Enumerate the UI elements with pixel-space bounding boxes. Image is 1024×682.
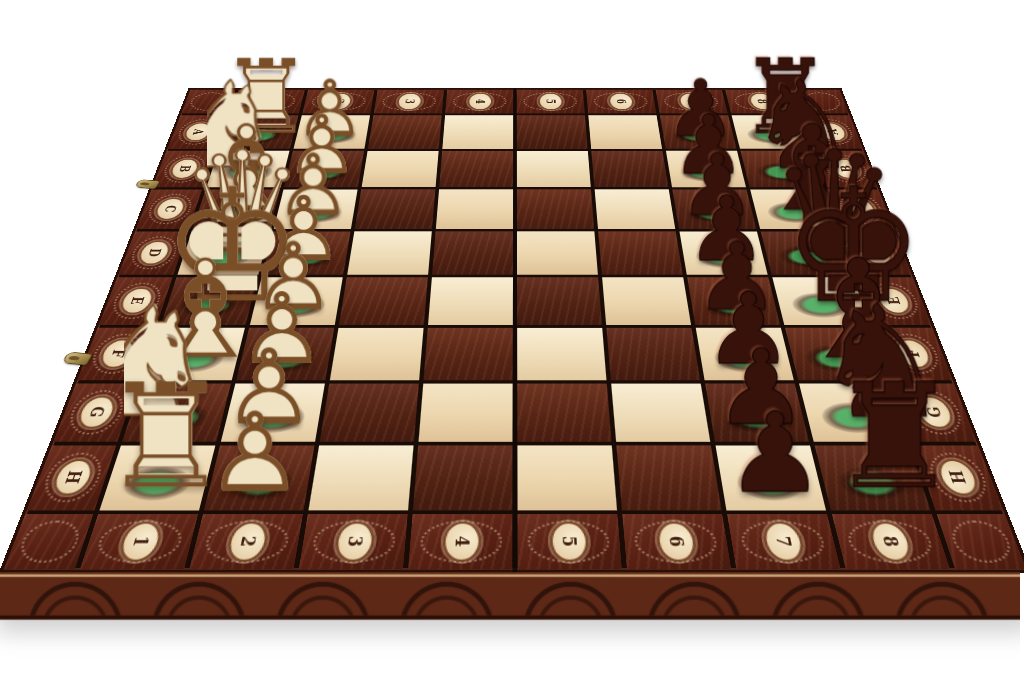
square-e1: ♚♔ [161, 277, 258, 325]
square-c2: ♟♙ [274, 189, 358, 229]
medallion-motif [63, 390, 129, 434]
piece-white-pawn: ♟♙ [237, 282, 326, 376]
green-felt-base [140, 403, 212, 434]
green-felt-base [803, 345, 871, 373]
board-corner [795, 90, 849, 114]
green-felt-base [679, 163, 732, 182]
square-f6 [606, 328, 700, 380]
green-felt-base [192, 246, 253, 269]
square-g8: ♞ [799, 384, 908, 442]
square-g2: ♟♙ [221, 384, 325, 442]
letter-medallion: G [911, 396, 957, 429]
corner-motif [800, 92, 843, 110]
coord-label-letter-d-left: D [119, 231, 188, 274]
square-f8: ♝ [785, 328, 887, 380]
square-f7: ♟ [696, 328, 794, 380]
square-c5 [517, 189, 594, 229]
coord-label-number-1-near: 1 [80, 514, 198, 569]
square-h7: ♟ [716, 445, 827, 510]
coord-label-letter-b-left: B [153, 151, 215, 187]
medallion-motif [37, 453, 108, 502]
coord-label-number-7-far: 7 [656, 90, 728, 114]
letter-medallion: F [96, 339, 139, 368]
coord-label-letter-e-left: E [99, 277, 173, 325]
square-d7: ♟ [679, 231, 767, 274]
letter-medallion: E [116, 287, 156, 314]
coord-label-letter-f-right: F [874, 328, 952, 380]
green-felt-base [745, 126, 798, 144]
square-b7: ♟ [666, 151, 746, 187]
square-h4 [413, 445, 513, 510]
pyrography-swirl-pattern [0, 577, 1024, 616]
green-felt-base [712, 345, 777, 373]
square-e8: ♚ [772, 277, 869, 325]
square-c6 [595, 189, 676, 229]
square-f4 [424, 328, 513, 380]
letter-medallion: A [816, 123, 849, 142]
square-a2: ♟♙ [294, 115, 371, 148]
number-medallion: 2 [324, 93, 352, 110]
board-corner [4, 514, 93, 569]
coord-label-letter-b-right: B [815, 151, 877, 187]
square-b3 [362, 151, 439, 187]
letter-medallion: H [933, 459, 982, 495]
coord-label-letter-a-right: A [803, 115, 862, 148]
square-f2: ♟♙ [236, 328, 334, 380]
green-felt-base [687, 202, 743, 223]
coord-label-letter-c-right: C [828, 189, 894, 229]
box-front-panel [0, 572, 1024, 620]
square-b8: ♞ [740, 151, 823, 187]
letter-medallion: H [48, 459, 97, 495]
square-h3 [308, 445, 413, 510]
square-b6 [591, 151, 668, 187]
coord-label-number-6-near: 6 [622, 514, 731, 569]
number-medallion: 8 [747, 93, 777, 110]
coord-label-number-7-near: 7 [727, 514, 841, 569]
square-f1: ♝♗ [142, 328, 244, 380]
number-medallion: 6 [655, 522, 698, 562]
square-e2: ♟♙ [250, 277, 343, 325]
coord-label-number-5-near: 5 [517, 514, 621, 569]
green-felt-base [287, 202, 343, 223]
square-c8: ♝ [750, 189, 837, 229]
square-a8: ♜ [732, 115, 811, 148]
square-c1: ♝♗ [193, 189, 280, 229]
square-h5 [517, 445, 617, 510]
green-felt-base [735, 467, 808, 501]
green-felt-base [222, 467, 295, 501]
square-g4 [419, 384, 513, 442]
coord-label-number-2-far: 2 [302, 90, 374, 114]
square-h6 [616, 445, 721, 510]
number-medallion: 4 [441, 522, 480, 562]
letter-medallion: C [842, 198, 878, 220]
piece-white-pawn-glyph: ♟ [237, 282, 326, 376]
square-e7: ♟ [687, 277, 780, 325]
number-medallion: 7 [677, 93, 705, 110]
corner-motif [14, 521, 85, 563]
square-a4 [442, 115, 513, 148]
square-e5 [517, 277, 602, 325]
number-medallion: 5 [549, 522, 588, 562]
number-medallion: 1 [115, 522, 165, 562]
square-d1: ♛♕ [177, 231, 269, 274]
square-b5 [517, 151, 591, 187]
square-c3 [355, 189, 436, 229]
number-medallion: 1 [253, 93, 283, 110]
square-d5 [517, 231, 598, 274]
green-felt-base [177, 293, 241, 318]
green-felt-base [252, 345, 317, 373]
green-felt-base [277, 246, 336, 269]
square-d3 [347, 231, 432, 274]
coord-label-number-8-far: 8 [725, 90, 799, 114]
piece-white-pawn-detail: ♙ [237, 282, 326, 376]
square-d8: ♛ [761, 231, 853, 274]
green-felt-base [118, 467, 194, 501]
coord-label-letter-d-right: D [842, 231, 911, 274]
coord-label-letter-c-left: C [136, 189, 202, 229]
coord-label-number-6-far: 6 [586, 90, 656, 114]
square-g1: ♞♘ [122, 384, 231, 442]
letter-medallion: B [167, 159, 201, 179]
green-felt-base [789, 293, 853, 318]
green-felt-base [835, 467, 911, 501]
coord-label-number-3-far: 3 [374, 90, 444, 114]
letter-medallion: B [829, 159, 863, 179]
product-photo-background: 12345678A♜♖♟♙♟♜AB♞♘♟♙♟♞BC♝♗♟♙♟♝CD♛♕♟♙♟♛D… [0, 0, 1024, 682]
green-felt-base [297, 163, 350, 182]
board-corner [937, 514, 1024, 569]
coord-label-letter-a-left: A [167, 115, 226, 148]
square-f5 [517, 328, 606, 380]
green-felt-base [694, 246, 753, 269]
corner-motif [946, 521, 1017, 563]
square-h2: ♟♙ [204, 445, 315, 510]
coord-label-number-8-near: 8 [832, 514, 950, 569]
number-medallion: 8 [865, 522, 915, 562]
letter-medallion: F [891, 339, 934, 368]
green-felt-base [265, 293, 327, 318]
square-d6 [598, 231, 683, 274]
square-d2: ♟♙ [262, 231, 350, 274]
letter-medallion: C [152, 198, 188, 220]
number-medallion: 2 [224, 522, 270, 562]
letter-medallion: D [135, 241, 173, 265]
green-felt-base [766, 202, 824, 223]
green-felt-base [306, 126, 357, 144]
coord-label-letter-h-left: H [27, 445, 116, 510]
coord-label-letter-g-right: G [893, 384, 976, 442]
letter-medallion: D [857, 241, 895, 265]
number-medallion: 4 [467, 93, 493, 110]
coord-label-number-1-far: 1 [231, 90, 305, 114]
green-felt-base [159, 345, 227, 373]
green-felt-base [723, 403, 792, 434]
coord-label-number-4-far: 4 [445, 90, 513, 114]
letter-medallion: E [873, 287, 913, 314]
square-a3 [368, 115, 442, 148]
square-f3 [330, 328, 424, 380]
square-b4 [439, 151, 513, 187]
square-h8: ♜ [815, 445, 931, 510]
green-felt-base [232, 126, 285, 144]
square-a6 [588, 115, 662, 148]
green-felt-base [220, 163, 275, 182]
medallion-motif [901, 390, 967, 434]
square-b1: ♞♘ [206, 151, 289, 187]
square-a5 [517, 115, 588, 148]
square-b2: ♟♙ [284, 151, 364, 187]
chess-board: 12345678A♜♖♟♙♟♜AB♞♘♟♙♟♞BC♝♗♟♙♟♝CD♛♕♟♙♟♛D… [0, 88, 1024, 572]
square-e4 [428, 277, 513, 325]
square-g5 [517, 384, 611, 442]
number-medallion: 3 [333, 522, 376, 562]
square-e3 [339, 277, 428, 325]
square-h1: ♜♖ [99, 445, 215, 510]
letter-medallion: A [181, 123, 214, 142]
piece-black-pawn: ♟ [704, 282, 793, 376]
square-g3 [320, 384, 419, 442]
board-corner [181, 90, 235, 114]
number-medallion: 3 [396, 93, 423, 110]
square-d4 [432, 231, 513, 274]
square-g6 [611, 384, 710, 442]
square-e6 [602, 277, 691, 325]
number-medallion: 5 [538, 93, 564, 110]
green-felt-base [673, 126, 724, 144]
coord-label-number-3-near: 3 [299, 514, 408, 569]
coord-label-number-2-near: 2 [189, 514, 303, 569]
green-felt-base [818, 403, 890, 434]
green-felt-base [703, 293, 765, 318]
square-a1: ♜♖ [219, 115, 298, 148]
piece-black-pawn-glyph: ♟ [704, 282, 793, 376]
letter-medallion: G [73, 396, 119, 429]
medallion-motif [923, 453, 994, 502]
coord-label-number-5-far: 5 [517, 90, 585, 114]
coord-label-letter-e-right: E [857, 277, 931, 325]
square-c7: ♟ [672, 189, 756, 229]
green-felt-base [755, 163, 810, 182]
square-a7: ♟ [660, 115, 737, 148]
square-c4 [436, 189, 513, 229]
number-medallion: 6 [607, 93, 634, 110]
coord-label-number-4-near: 4 [408, 514, 512, 569]
corner-motif [187, 92, 230, 110]
coord-label-letter-h-right: H [914, 445, 1003, 510]
square-g7: ♟ [705, 384, 809, 442]
green-felt-base [238, 403, 307, 434]
green-felt-base [207, 202, 265, 223]
green-felt-base [777, 246, 838, 269]
number-medallion: 7 [760, 522, 806, 562]
